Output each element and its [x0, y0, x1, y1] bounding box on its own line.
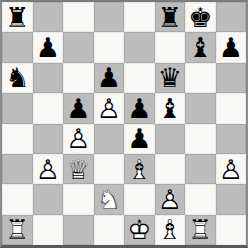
white-rook: ♖	[185, 215, 216, 245]
square-f6[interactable]: ♛	[155, 63, 186, 93]
square-d1[interactable]	[94, 215, 125, 245]
square-f4[interactable]	[155, 124, 186, 154]
square-d7[interactable]	[94, 32, 125, 62]
white-bishop: ♗	[155, 215, 186, 245]
square-h8[interactable]	[216, 2, 247, 32]
square-a4[interactable]	[2, 124, 33, 154]
square-f1[interactable]: ♝♗	[155, 215, 186, 245]
square-b4[interactable]	[33, 124, 64, 154]
white-knight: ♘	[94, 184, 125, 214]
black-pawn: ♟	[94, 63, 125, 93]
square-c5[interactable]: ♟	[63, 93, 94, 123]
square-c6[interactable]	[63, 63, 94, 93]
black-rook: ♜	[155, 2, 186, 32]
black-king: ♚	[185, 2, 216, 32]
black-bishop: ♝	[155, 93, 186, 123]
square-e7[interactable]	[124, 32, 155, 62]
square-b1[interactable]	[33, 215, 64, 245]
square-g6[interactable]	[185, 63, 216, 93]
square-a1[interactable]: ♜♖	[2, 215, 33, 245]
white-pawn: ♙	[94, 93, 125, 123]
square-a2[interactable]	[2, 184, 33, 214]
square-g7[interactable]: ♝	[185, 32, 216, 62]
square-a7[interactable]	[2, 32, 33, 62]
white-pawn-fill: ♟	[94, 93, 125, 123]
black-pawn: ♟	[216, 32, 247, 62]
square-c1[interactable]	[63, 215, 94, 245]
black-knight: ♞	[2, 63, 33, 93]
square-c3[interactable]: ♛♕	[63, 154, 94, 184]
white-bishop-fill: ♝	[124, 154, 155, 184]
white-pawn: ♙	[33, 154, 64, 184]
white-queen: ♕	[63, 154, 94, 184]
square-f3[interactable]	[155, 154, 186, 184]
square-f2[interactable]: ♟♙	[155, 184, 186, 214]
square-e2[interactable]	[124, 184, 155, 214]
white-queen-fill: ♛	[63, 154, 94, 184]
white-pawn-fill: ♟	[216, 154, 247, 184]
square-a5[interactable]	[2, 93, 33, 123]
white-rook-fill: ♜	[185, 215, 216, 245]
square-b6[interactable]	[33, 63, 64, 93]
square-d2[interactable]: ♞♘	[94, 184, 125, 214]
square-g2[interactable]	[185, 184, 216, 214]
square-f7[interactable]	[155, 32, 186, 62]
white-king: ♔	[124, 215, 155, 245]
square-h1[interactable]	[216, 215, 247, 245]
square-a6[interactable]: ♞	[2, 63, 33, 93]
white-pawn: ♙	[155, 184, 186, 214]
square-b5[interactable]	[33, 93, 64, 123]
black-pawn: ♟	[63, 93, 94, 123]
white-bishop: ♗	[124, 154, 155, 184]
square-e3[interactable]: ♝♗	[124, 154, 155, 184]
white-knight-fill: ♞	[94, 184, 125, 214]
square-c7[interactable]	[63, 32, 94, 62]
black-queen: ♛	[155, 63, 186, 93]
square-e8[interactable]	[124, 2, 155, 32]
square-d5[interactable]: ♟♙	[94, 93, 125, 123]
square-f8[interactable]: ♜	[155, 2, 186, 32]
square-c4[interactable]: ♟♙	[63, 124, 94, 154]
black-pawn: ♟	[124, 93, 155, 123]
square-e1[interactable]: ♚♔	[124, 215, 155, 245]
white-pawn-fill: ♟	[33, 154, 64, 184]
black-bishop: ♝	[185, 32, 216, 62]
square-e4[interactable]: ♟	[124, 124, 155, 154]
square-h7[interactable]: ♟	[216, 32, 247, 62]
white-pawn-fill: ♟	[63, 124, 94, 154]
square-d6[interactable]: ♟	[94, 63, 125, 93]
square-g8[interactable]: ♚	[185, 2, 216, 32]
square-h2[interactable]	[216, 184, 247, 214]
square-h6[interactable]	[216, 63, 247, 93]
square-b2[interactable]	[33, 184, 64, 214]
square-f5[interactable]: ♝	[155, 93, 186, 123]
white-pawn: ♙	[216, 154, 247, 184]
black-pawn: ♟	[33, 32, 64, 62]
square-e6[interactable]	[124, 63, 155, 93]
white-rook-fill: ♜	[2, 215, 33, 245]
square-d8[interactable]	[94, 2, 125, 32]
chess-board: ♜♜♚♟♝♟♞♟♛♟♟♙♟♝♟♙♟♟♙♛♕♝♗♟♙♞♘♟♙♜♖♚♔♝♗♜♖	[0, 0, 248, 248]
square-g4[interactable]	[185, 124, 216, 154]
white-king-fill: ♚	[124, 215, 155, 245]
square-e5[interactable]: ♟	[124, 93, 155, 123]
square-a3[interactable]	[2, 154, 33, 184]
white-pawn: ♙	[63, 124, 94, 154]
square-g1[interactable]: ♜♖	[185, 215, 216, 245]
white-bishop-fill: ♝	[155, 215, 186, 245]
black-rook: ♜	[2, 2, 33, 32]
square-c8[interactable]	[63, 2, 94, 32]
square-b8[interactable]	[33, 2, 64, 32]
square-b7[interactable]: ♟	[33, 32, 64, 62]
square-g5[interactable]	[185, 93, 216, 123]
white-rook: ♖	[2, 215, 33, 245]
square-d4[interactable]	[94, 124, 125, 154]
square-a8[interactable]: ♜	[2, 2, 33, 32]
square-h3[interactable]: ♟♙	[216, 154, 247, 184]
black-pawn: ♟	[124, 124, 155, 154]
square-g3[interactable]	[185, 154, 216, 184]
square-h5[interactable]	[216, 93, 247, 123]
white-pawn-fill: ♟	[155, 184, 186, 214]
square-b3[interactable]: ♟♙	[33, 154, 64, 184]
square-d3[interactable]	[94, 154, 125, 184]
square-h4[interactable]	[216, 124, 247, 154]
square-c2[interactable]	[63, 184, 94, 214]
